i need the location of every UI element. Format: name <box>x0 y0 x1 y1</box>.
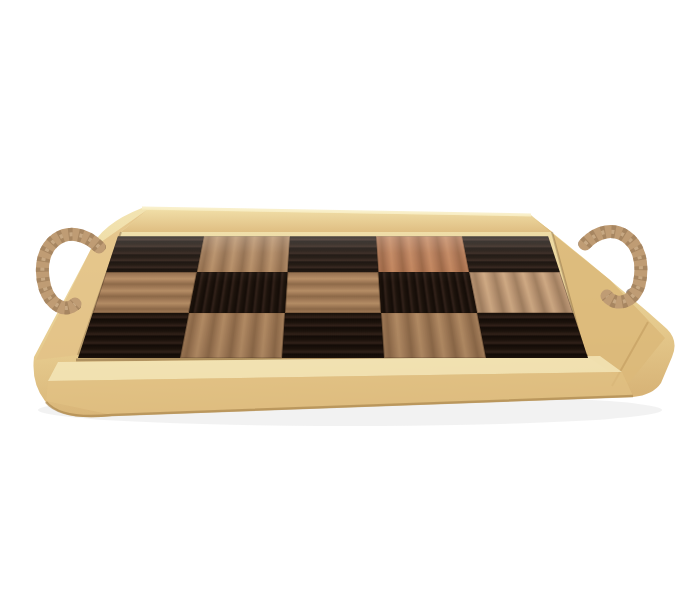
board-cell <box>180 313 285 358</box>
board-cell <box>462 236 560 272</box>
board-cell <box>288 236 379 272</box>
board-cell <box>477 313 588 358</box>
board-cell <box>381 313 486 358</box>
board-grid <box>78 236 588 358</box>
board-cell <box>78 313 189 358</box>
board-cell <box>197 236 290 272</box>
checkerboard <box>78 236 588 358</box>
board-cell <box>378 272 477 312</box>
board-cell <box>285 272 381 312</box>
tray-photo <box>0 0 696 600</box>
board-cell <box>93 272 197 312</box>
board-cell <box>189 272 288 312</box>
board-cell <box>106 236 204 272</box>
board-cell <box>469 272 573 312</box>
board-cell <box>376 236 469 272</box>
board-cell <box>282 313 384 358</box>
